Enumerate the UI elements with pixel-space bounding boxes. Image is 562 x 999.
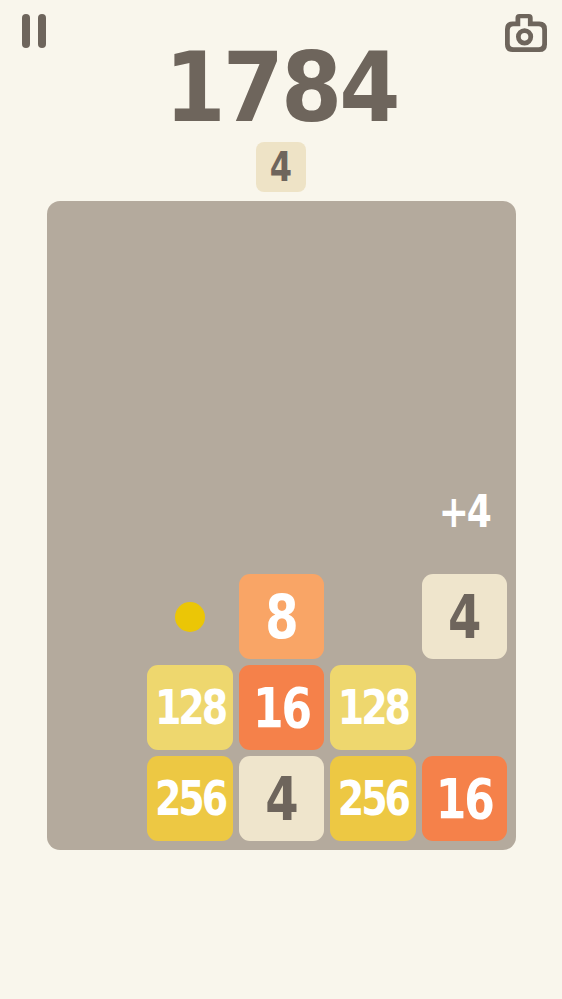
tile-8: 8 bbox=[239, 574, 324, 659]
tile-value: 4 bbox=[448, 587, 480, 647]
tile-value: 256 bbox=[155, 775, 225, 823]
tile-value: 16 bbox=[436, 771, 493, 826]
next-tile-value: 4 bbox=[270, 143, 292, 191]
tile-4: 4 bbox=[422, 574, 507, 659]
board[interactable]: 8412816128256425616+4 bbox=[47, 201, 516, 850]
tile-value: 128 bbox=[338, 684, 408, 732]
tile-256: 256 bbox=[330, 756, 415, 841]
game-screen: 1784 4 8412816128256425616+4 bbox=[0, 0, 562, 999]
coin-cell bbox=[147, 574, 232, 659]
coin bbox=[175, 602, 205, 632]
tile-256: 256 bbox=[147, 756, 232, 841]
tile-4: 4 bbox=[239, 756, 324, 841]
board-grid: 8412816128256425616+4 bbox=[47, 201, 516, 850]
score-popup-text: +4 bbox=[439, 486, 490, 537]
score-popup: +4 bbox=[422, 469, 507, 554]
tile-128: 128 bbox=[330, 665, 415, 750]
tile-value: 8 bbox=[265, 587, 297, 647]
tile-value: 256 bbox=[338, 775, 408, 823]
score-display: 1784 bbox=[0, 40, 562, 137]
next-tile-preview: 4 bbox=[256, 142, 306, 192]
tile-128: 128 bbox=[147, 665, 232, 750]
tile-value: 128 bbox=[155, 684, 225, 732]
tile-16: 16 bbox=[239, 665, 324, 750]
tile-value: 16 bbox=[253, 680, 310, 735]
tile-16: 16 bbox=[422, 756, 507, 841]
tile-value: 4 bbox=[265, 769, 297, 829]
